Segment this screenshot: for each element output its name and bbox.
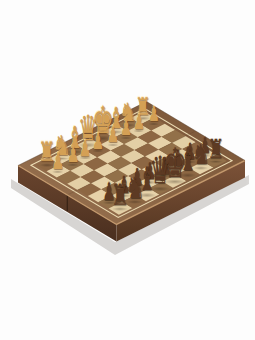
piece-white-pawn-e2[interactable]: ♟ <box>107 124 119 146</box>
piece-white-pawn-d2[interactable]: ♟ <box>92 130 104 152</box>
piece-white-pawn-a2[interactable]: ♟ <box>52 150 64 173</box>
piece-white-pawn-g2[interactable]: ♟ <box>133 111 144 132</box>
piece-white-pawn-f2[interactable]: ♟ <box>120 117 132 139</box>
piece-black-rook-a8[interactable]: ♜ <box>110 181 129 210</box>
piece-white-pawn-b2[interactable]: ♟ <box>67 143 79 166</box>
chess-set-photo: ♜♞♝♛♚♝♞♜♟♟♟♟♟♟♟♟♟♟♟♟♟♟♟♟♜♞♝♛♚♝♞♜ <box>0 0 255 340</box>
piece-white-pawn-h2[interactable]: ♟ <box>148 104 159 125</box>
piece-white-pawn-c2[interactable]: ♟ <box>79 137 91 159</box>
